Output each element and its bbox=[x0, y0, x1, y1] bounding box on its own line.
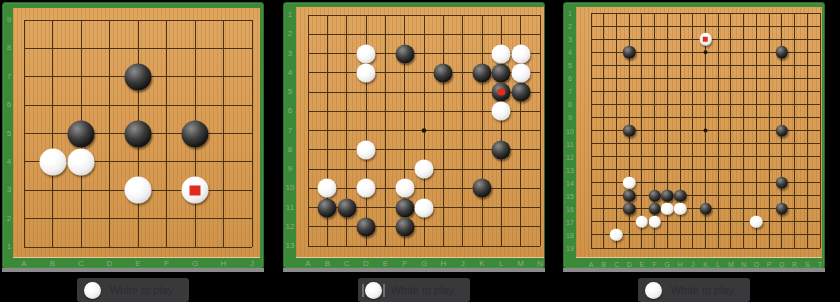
column-label: G bbox=[421, 260, 427, 268]
row-label: 1 bbox=[7, 243, 11, 251]
row-label: 10 bbox=[566, 127, 574, 134]
white-stone-M3 bbox=[511, 44, 530, 63]
row-label: 15 bbox=[566, 192, 574, 199]
white-stone-L6 bbox=[492, 102, 511, 121]
black-stone-L5 bbox=[492, 83, 511, 102]
row-label: 9 bbox=[568, 114, 572, 121]
white-stone-B10 bbox=[318, 179, 337, 198]
go-problems-strip: ABCDEFGHJ987654321 White to play ABCDEFG… bbox=[0, 0, 840, 302]
column-label: Q bbox=[779, 261, 784, 268]
row-label: 6 bbox=[288, 107, 292, 115]
row-label: 3 bbox=[288, 50, 292, 58]
column-label: D bbox=[107, 260, 113, 268]
white-stone-icon bbox=[84, 282, 101, 299]
row-label: 7 bbox=[7, 73, 11, 81]
white-stone-M4 bbox=[511, 63, 530, 82]
column-label: H bbox=[440, 260, 446, 268]
row-label: 9 bbox=[7, 16, 11, 24]
black-stone-B11 bbox=[318, 198, 337, 217]
row-label: 3 bbox=[568, 36, 572, 43]
row-label: 8 bbox=[568, 101, 572, 108]
caption-text: White to play bbox=[391, 284, 455, 296]
black-stone-E7 bbox=[125, 63, 152, 90]
column-label: C bbox=[78, 260, 84, 268]
row-label: 16 bbox=[566, 205, 574, 212]
board-block-9x9: ABCDEFGHJ987654321 White to play bbox=[2, 2, 264, 302]
row-label: 14 bbox=[566, 179, 574, 186]
board-block-19x19: ABCDEFGHJKLMNOPQRST123456789101112131415… bbox=[563, 2, 825, 302]
row-label: 6 bbox=[7, 101, 11, 109]
white-stone-icon bbox=[645, 282, 662, 299]
white-stone-G3 bbox=[182, 177, 209, 204]
black-stone-D10 bbox=[623, 124, 636, 137]
column-label: C bbox=[614, 261, 619, 268]
last-move-marker bbox=[498, 88, 506, 96]
row-label: 11 bbox=[566, 140, 573, 147]
row-label: 18 bbox=[566, 231, 574, 238]
column-label: A bbox=[589, 261, 594, 268]
column-label: R bbox=[792, 261, 797, 268]
white-stone-D14 bbox=[623, 176, 636, 189]
hoshi-point bbox=[704, 129, 708, 133]
black-stone-G15 bbox=[661, 190, 674, 203]
caption-9x9: White to play bbox=[77, 278, 190, 302]
row-label: 17 bbox=[566, 218, 574, 225]
row-label: 11 bbox=[286, 204, 294, 212]
black-stone-L8 bbox=[492, 140, 511, 159]
column-label: B bbox=[601, 261, 606, 268]
last-move-marker bbox=[190, 185, 200, 195]
board-block-13x13: ABCDEFGHJKLMN12345678910111213 White to … bbox=[283, 2, 545, 302]
black-stone-F3 bbox=[395, 44, 414, 63]
black-stone-E5 bbox=[125, 120, 152, 147]
black-stone-F11 bbox=[395, 198, 414, 217]
board-grid bbox=[284, 3, 546, 270]
black-stone-D12 bbox=[357, 217, 376, 236]
white-stone-K3 bbox=[699, 33, 712, 46]
column-label: F bbox=[402, 260, 407, 268]
black-stone-F15 bbox=[648, 190, 661, 203]
white-stone-F10 bbox=[395, 179, 414, 198]
column-label: S bbox=[805, 261, 810, 268]
goban-13x13[interactable]: ABCDEFGHJKLMN12345678910111213 bbox=[283, 2, 545, 269]
column-label: B bbox=[325, 260, 330, 268]
row-label: 10 bbox=[286, 184, 295, 192]
row-label: 2 bbox=[7, 215, 11, 223]
row-label: 19 bbox=[566, 245, 574, 252]
white-stone-F17 bbox=[648, 216, 661, 229]
column-label: G bbox=[665, 261, 670, 268]
column-label: K bbox=[479, 260, 484, 268]
black-stone-D4 bbox=[623, 46, 636, 59]
white-stone-D3 bbox=[357, 44, 376, 63]
white-stone-E3 bbox=[125, 177, 152, 204]
row-label: 3 bbox=[7, 186, 11, 194]
black-stone-G5 bbox=[182, 120, 209, 147]
black-stone-M5 bbox=[511, 83, 530, 102]
board-grid bbox=[564, 3, 826, 270]
row-label: 13 bbox=[566, 166, 574, 173]
white-stone-C18 bbox=[610, 229, 623, 242]
column-label: D bbox=[363, 260, 369, 268]
black-stone-F16 bbox=[648, 203, 661, 216]
column-label: A bbox=[305, 260, 310, 268]
black-stone-H15 bbox=[674, 190, 687, 203]
white-stone-H16 bbox=[674, 203, 687, 216]
last-move-marker bbox=[703, 37, 708, 42]
black-stone-D15 bbox=[623, 190, 636, 203]
row-label: 12 bbox=[286, 223, 295, 231]
white-stone-G16 bbox=[661, 203, 674, 216]
caption-text: White to play bbox=[671, 284, 735, 296]
column-label: H bbox=[678, 261, 683, 268]
caption-icon-wrap bbox=[643, 280, 664, 301]
caption-19x19: White to play bbox=[638, 278, 751, 302]
white-stone-E17 bbox=[636, 216, 649, 229]
row-label: 7 bbox=[288, 127, 292, 135]
caption-icon-wrap bbox=[363, 280, 384, 301]
caption-icon-wrap bbox=[82, 280, 103, 301]
white-stone-C4 bbox=[68, 148, 95, 175]
row-label: 8 bbox=[288, 146, 292, 154]
column-label: T bbox=[818, 261, 822, 268]
black-stone-K4 bbox=[473, 63, 492, 82]
row-label: 5 bbox=[7, 130, 11, 138]
column-label: L bbox=[716, 261, 720, 268]
white-stone-B4 bbox=[39, 148, 66, 175]
black-stone-H4 bbox=[434, 63, 453, 82]
white-stone-G9 bbox=[415, 160, 434, 179]
white-stone-D4 bbox=[357, 63, 376, 82]
caption-text: White to play bbox=[110, 284, 174, 296]
column-label: G bbox=[192, 260, 198, 268]
column-label: H bbox=[221, 260, 227, 268]
black-stone-L4 bbox=[492, 63, 511, 82]
white-stone-D8 bbox=[357, 140, 376, 159]
column-label: C bbox=[344, 260, 350, 268]
caption-13x13: White to play bbox=[358, 278, 471, 302]
black-stone-Q4 bbox=[776, 46, 789, 59]
column-label: F bbox=[164, 260, 169, 268]
column-label: E bbox=[135, 260, 140, 268]
hoshi-point bbox=[704, 50, 708, 54]
goban-9x9[interactable]: ABCDEFGHJ987654321 bbox=[2, 2, 264, 269]
row-label: 13 bbox=[286, 242, 295, 250]
row-label: 2 bbox=[288, 30, 292, 38]
row-label: 12 bbox=[566, 153, 574, 160]
row-label: 4 bbox=[7, 158, 11, 166]
black-stone-F12 bbox=[395, 217, 414, 236]
black-stone-Q14 bbox=[776, 176, 789, 189]
column-label: M bbox=[728, 261, 734, 268]
row-label: 4 bbox=[288, 69, 292, 77]
white-stone-L3 bbox=[492, 44, 511, 63]
row-label: 4 bbox=[568, 49, 572, 56]
white-stone-D10 bbox=[357, 179, 376, 198]
black-stone-Q10 bbox=[776, 124, 789, 137]
column-label: K bbox=[703, 261, 708, 268]
column-label: J bbox=[461, 260, 465, 268]
column-label: O bbox=[754, 261, 759, 268]
row-label: 2 bbox=[568, 23, 572, 30]
black-stone-C5 bbox=[68, 120, 95, 147]
column-label: D bbox=[627, 261, 632, 268]
column-label: N bbox=[537, 260, 543, 268]
black-stone-D16 bbox=[623, 203, 636, 216]
row-label: 7 bbox=[568, 88, 572, 95]
column-label: F bbox=[652, 261, 656, 268]
column-label: N bbox=[741, 261, 746, 268]
row-label: 8 bbox=[7, 44, 11, 52]
white-stone-G11 bbox=[415, 198, 434, 217]
row-label: 9 bbox=[288, 165, 292, 173]
black-stone-K10 bbox=[473, 179, 492, 198]
black-stone-K16 bbox=[699, 203, 712, 216]
black-stone-C11 bbox=[337, 198, 356, 217]
column-label: A bbox=[21, 260, 26, 268]
column-label: L bbox=[499, 260, 503, 268]
goban-19x19[interactable]: ABCDEFGHJKLMNOPQRST123456789101112131415… bbox=[563, 2, 825, 269]
column-label: P bbox=[767, 261, 772, 268]
column-label: J bbox=[250, 260, 254, 268]
row-label: 5 bbox=[568, 62, 572, 69]
black-stone-Q16 bbox=[776, 203, 789, 216]
row-label: 1 bbox=[288, 11, 292, 19]
white-stone-icon bbox=[365, 282, 382, 299]
column-label: B bbox=[50, 260, 55, 268]
column-label: M bbox=[517, 260, 524, 268]
row-label: 1 bbox=[568, 10, 572, 17]
column-label: E bbox=[640, 261, 645, 268]
hoshi-point bbox=[422, 128, 427, 133]
row-label: 6 bbox=[568, 75, 572, 82]
white-stone-O17 bbox=[750, 216, 763, 229]
column-label: E bbox=[383, 260, 388, 268]
row-label: 5 bbox=[288, 88, 292, 96]
column-label: J bbox=[691, 261, 695, 268]
